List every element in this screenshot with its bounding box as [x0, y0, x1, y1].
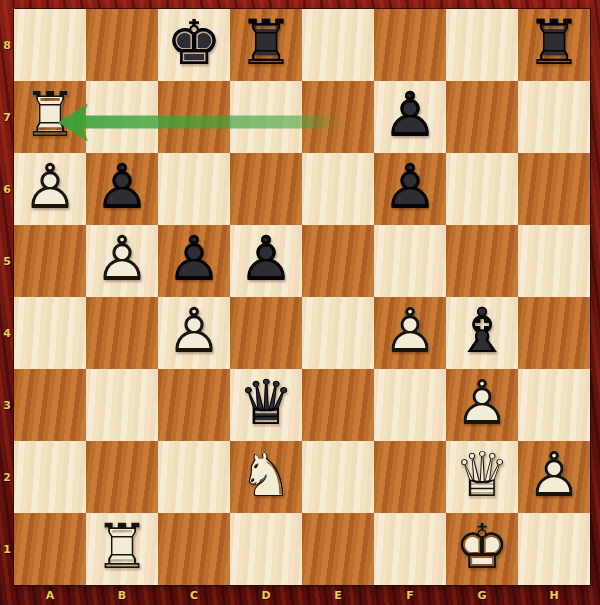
- white-rook: ♜♖: [14, 81, 86, 153]
- square-b1[interactable]: ♜♖: [86, 513, 158, 585]
- square-g4[interactable]: ♝♗: [446, 297, 518, 369]
- square-b8[interactable]: [86, 9, 158, 81]
- black-pawn: ♟♙: [374, 81, 446, 153]
- black-pawn: ♟♙: [230, 225, 302, 297]
- rank-labels: 87654321: [0, 9, 14, 585]
- square-g2[interactable]: ♛♕: [446, 441, 518, 513]
- square-b4[interactable]: [86, 297, 158, 369]
- square-g8[interactable]: [446, 9, 518, 81]
- square-g3[interactable]: ♟♙: [446, 369, 518, 441]
- square-h6[interactable]: [518, 153, 590, 225]
- square-b7[interactable]: [86, 81, 158, 153]
- file-label-d: D: [230, 585, 302, 605]
- file-label-c: C: [158, 585, 230, 605]
- black-king: ♚♔: [158, 9, 230, 81]
- square-d2[interactable]: ♞♘: [230, 441, 302, 513]
- white-king: ♚♔: [446, 513, 518, 585]
- square-h4[interactable]: [518, 297, 590, 369]
- rank-label-6: 6: [0, 153, 14, 225]
- square-d5[interactable]: ♟♙: [230, 225, 302, 297]
- square-e4[interactable]: [302, 297, 374, 369]
- white-pawn: ♟♙: [14, 153, 86, 225]
- square-f5[interactable]: [374, 225, 446, 297]
- square-a4[interactable]: [14, 297, 86, 369]
- square-e3[interactable]: [302, 369, 374, 441]
- square-e2[interactable]: [302, 441, 374, 513]
- square-h1[interactable]: [518, 513, 590, 585]
- square-c5[interactable]: ♟♙: [158, 225, 230, 297]
- square-d1[interactable]: [230, 513, 302, 585]
- square-f8[interactable]: [374, 9, 446, 81]
- rank-label-4: 4: [0, 297, 14, 369]
- square-h8[interactable]: ♜♖: [518, 9, 590, 81]
- square-a3[interactable]: [14, 369, 86, 441]
- black-pawn: ♟♙: [158, 225, 230, 297]
- white-pawn: ♟♙: [374, 297, 446, 369]
- file-label-h: H: [518, 585, 590, 605]
- black-rook: ♜♖: [230, 9, 302, 81]
- square-g6[interactable]: [446, 153, 518, 225]
- square-f6[interactable]: ♟♙: [374, 153, 446, 225]
- square-c1[interactable]: [158, 513, 230, 585]
- square-e7[interactable]: [302, 81, 374, 153]
- square-c3[interactable]: [158, 369, 230, 441]
- square-f4[interactable]: ♟♙: [374, 297, 446, 369]
- black-bishop: ♝♗: [446, 297, 518, 369]
- white-pawn: ♟♙: [86, 225, 158, 297]
- square-a6[interactable]: ♟♙: [14, 153, 86, 225]
- square-d8[interactable]: ♜♖: [230, 9, 302, 81]
- rank-label-1: 1: [0, 513, 14, 585]
- square-e6[interactable]: [302, 153, 374, 225]
- square-c7[interactable]: [158, 81, 230, 153]
- square-g5[interactable]: [446, 225, 518, 297]
- file-labels: ABCDEFGH: [14, 585, 590, 605]
- rank-label-5: 5: [0, 225, 14, 297]
- square-f3[interactable]: [374, 369, 446, 441]
- square-h7[interactable]: [518, 81, 590, 153]
- square-g1[interactable]: ♚♔: [446, 513, 518, 585]
- black-queen: ♛♕: [230, 369, 302, 441]
- white-pawn: ♟♙: [158, 297, 230, 369]
- square-e8[interactable]: [302, 9, 374, 81]
- black-rook: ♜♖: [518, 9, 590, 81]
- white-knight: ♞♘: [230, 441, 302, 513]
- square-a8[interactable]: [14, 9, 86, 81]
- square-h2[interactable]: ♟♙: [518, 441, 590, 513]
- square-b2[interactable]: [86, 441, 158, 513]
- square-g7[interactable]: [446, 81, 518, 153]
- white-pawn: ♟♙: [446, 369, 518, 441]
- square-f1[interactable]: [374, 513, 446, 585]
- black-pawn: ♟♙: [86, 153, 158, 225]
- square-c2[interactable]: [158, 441, 230, 513]
- square-d3[interactable]: ♛♕: [230, 369, 302, 441]
- rank-label-3: 3: [0, 369, 14, 441]
- square-b5[interactable]: ♟♙: [86, 225, 158, 297]
- board: ♚♔♜♖♜♖♜♖♟♙♟♙♟♙♟♙♟♙♟♙♟♙♟♙♟♙♝♗♛♕♟♙♞♘♛♕♟♙♜♖…: [14, 9, 590, 585]
- rank-label-8: 8: [0, 9, 14, 81]
- white-queen: ♛♕: [446, 441, 518, 513]
- file-label-e: E: [302, 585, 374, 605]
- square-a1[interactable]: [14, 513, 86, 585]
- square-e1[interactable]: [302, 513, 374, 585]
- square-f2[interactable]: [374, 441, 446, 513]
- rank-label-7: 7: [0, 81, 14, 153]
- rank-label-2: 2: [0, 441, 14, 513]
- white-pawn: ♟♙: [518, 441, 590, 513]
- square-h3[interactable]: [518, 369, 590, 441]
- white-rook: ♜♖: [86, 513, 158, 585]
- square-d4[interactable]: [230, 297, 302, 369]
- file-label-a: A: [14, 585, 86, 605]
- square-a5[interactable]: [14, 225, 86, 297]
- file-label-g: G: [446, 585, 518, 605]
- square-a7[interactable]: ♜♖: [14, 81, 86, 153]
- square-d6[interactable]: [230, 153, 302, 225]
- file-label-f: F: [374, 585, 446, 605]
- square-a2[interactable]: [14, 441, 86, 513]
- chessboard-frame: 87654321 ♚♔♜♖♜♖♜♖♟♙♟♙♟♙♟♙♟♙♟♙♟♙♟♙♟♙♝♗♛♕♟…: [0, 0, 600, 605]
- file-label-b: B: [86, 585, 158, 605]
- square-c6[interactable]: [158, 153, 230, 225]
- black-pawn: ♟♙: [374, 153, 446, 225]
- square-e5[interactable]: [302, 225, 374, 297]
- square-b6[interactable]: ♟♙: [86, 153, 158, 225]
- square-h5[interactable]: [518, 225, 590, 297]
- square-d7[interactable]: [230, 81, 302, 153]
- square-c4[interactable]: ♟♙: [158, 297, 230, 369]
- square-b3[interactable]: [86, 369, 158, 441]
- square-f7[interactable]: ♟♙: [374, 81, 446, 153]
- square-c8[interactable]: ♚♔: [158, 9, 230, 81]
